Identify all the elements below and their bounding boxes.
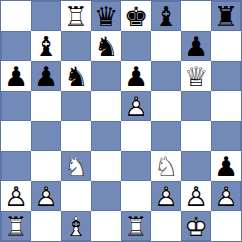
square-a2[interactable]: ♟♙: [1, 181, 31, 211]
square-e3[interactable]: [121, 151, 151, 181]
square-f2[interactable]: ♟♙: [151, 181, 181, 211]
square-h2[interactable]: ♟♙: [211, 181, 241, 211]
square-f1[interactable]: [151, 211, 181, 241]
white-queen-outline: ♕: [181, 61, 211, 91]
white-pawn-outline: ♙: [1, 181, 31, 211]
white-pawn-outline: ♙: [31, 181, 61, 211]
square-b6[interactable]: ♟: [31, 61, 61, 91]
black-knight[interactable]: ♞: [91, 31, 121, 61]
square-a6[interactable]: ♟: [1, 61, 31, 91]
black-pawn[interactable]: ♟: [121, 61, 151, 91]
white-bishop[interactable]: ♝♗: [61, 211, 91, 241]
white-rook-outline: ♖: [61, 1, 91, 31]
square-b5[interactable]: [31, 91, 61, 121]
square-c5[interactable]: [61, 91, 91, 121]
black-pawn-fill: ♟: [181, 31, 211, 61]
white-pawn-outline: ♙: [181, 181, 211, 211]
square-f4[interactable]: [151, 121, 181, 151]
square-a3[interactable]: [1, 151, 31, 181]
square-h8[interactable]: ♜: [211, 1, 241, 31]
white-rook[interactable]: ♜♖: [1, 211, 31, 241]
white-knight-outline: ♘: [61, 151, 91, 181]
black-pawn[interactable]: ♟: [31, 61, 61, 91]
square-d2[interactable]: [91, 181, 121, 211]
square-h4[interactable]: [211, 121, 241, 151]
black-pawn[interactable]: ♟: [1, 61, 31, 91]
square-h5[interactable]: [211, 91, 241, 121]
square-d3[interactable]: [91, 151, 121, 181]
square-e2[interactable]: [121, 181, 151, 211]
black-pawn[interactable]: ♟: [181, 31, 211, 61]
white-king[interactable]: ♚♔: [181, 211, 211, 241]
white-rook-outline: ♖: [1, 211, 31, 241]
white-knight[interactable]: ♞♘: [61, 151, 91, 181]
white-pawn[interactable]: ♟♙: [31, 181, 61, 211]
square-a7[interactable]: [1, 31, 31, 61]
square-f5[interactable]: [151, 91, 181, 121]
square-d7[interactable]: ♞: [91, 31, 121, 61]
square-d1[interactable]: [91, 211, 121, 241]
square-b2[interactable]: ♟♙: [31, 181, 61, 211]
white-pawn[interactable]: ♟♙: [211, 181, 241, 211]
white-knight[interactable]: ♞♘: [151, 151, 181, 181]
square-c7[interactable]: [61, 31, 91, 61]
square-h7[interactable]: [211, 31, 241, 61]
square-e6[interactable]: ♟: [121, 61, 151, 91]
black-knight[interactable]: ♞: [61, 61, 91, 91]
square-h3[interactable]: ♟: [211, 151, 241, 181]
square-g4[interactable]: [181, 121, 211, 151]
square-d8[interactable]: ♛: [91, 1, 121, 31]
square-a5[interactable]: [1, 91, 31, 121]
square-f3[interactable]: ♞♘: [151, 151, 181, 181]
square-b7[interactable]: ♝: [31, 31, 61, 61]
square-h1[interactable]: [211, 211, 241, 241]
black-pawn-fill: ♟: [1, 61, 31, 91]
white-pawn[interactable]: ♟♙: [151, 181, 181, 211]
square-f6[interactable]: [151, 61, 181, 91]
white-pawn[interactable]: ♟♙: [181, 181, 211, 211]
white-bishop-outline: ♗: [61, 211, 91, 241]
black-rook[interactable]: ♜: [211, 1, 241, 31]
white-pawn[interactable]: ♟♙: [121, 91, 151, 121]
square-g5[interactable]: [181, 91, 211, 121]
square-c8[interactable]: ♜♖: [61, 1, 91, 31]
square-g7[interactable]: ♟: [181, 31, 211, 61]
square-e7[interactable]: [121, 31, 151, 61]
black-pawn-fill: ♟: [31, 61, 61, 91]
square-g2[interactable]: ♟♙: [181, 181, 211, 211]
black-knight-fill: ♞: [91, 31, 121, 61]
black-pawn-fill: ♟: [121, 61, 151, 91]
square-f8[interactable]: ♝: [151, 1, 181, 31]
square-b3[interactable]: [31, 151, 61, 181]
square-d5[interactable]: [91, 91, 121, 121]
square-e5[interactable]: ♟♙: [121, 91, 151, 121]
square-d4[interactable]: [91, 121, 121, 151]
square-c2[interactable]: [61, 181, 91, 211]
white-rook-outline: ♖: [121, 211, 151, 241]
square-a1[interactable]: ♜♖: [1, 211, 31, 241]
square-f7[interactable]: [151, 31, 181, 61]
white-king-outline: ♔: [181, 211, 211, 241]
white-knight-outline: ♘: [151, 151, 181, 181]
black-bishop[interactable]: ♝: [151, 1, 181, 31]
square-c4[interactable]: [61, 121, 91, 151]
square-g1[interactable]: ♚♔: [181, 211, 211, 241]
square-e4[interactable]: [121, 121, 151, 151]
square-d6[interactable]: [91, 61, 121, 91]
square-a4[interactable]: [1, 121, 31, 151]
black-queen-fill: ♛: [91, 1, 121, 31]
chess-board: ♜♖♛♚♝♜♝♞♟♟♟♞♟♛♕♟♙♞♘♞♘♟♟♙♟♙♟♙♟♙♟♙♜♖♝♗♜♖♚♔: [0, 0, 242, 242]
black-knight-fill: ♞: [61, 61, 91, 91]
black-rook-fill: ♜: [211, 1, 241, 31]
square-g8[interactable]: [181, 1, 211, 31]
square-h6[interactable]: [211, 61, 241, 91]
white-rook[interactable]: ♜♖: [61, 1, 91, 31]
black-queen[interactable]: ♛: [91, 1, 121, 31]
square-b8[interactable]: [31, 1, 61, 31]
black-bishop-fill: ♝: [151, 1, 181, 31]
square-e8[interactable]: ♚: [121, 1, 151, 31]
square-c3[interactable]: ♞♘: [61, 151, 91, 181]
square-c1[interactable]: ♝♗: [61, 211, 91, 241]
square-g6[interactable]: ♛♕: [181, 61, 211, 91]
square-a8[interactable]: [1, 1, 31, 31]
square-g3[interactable]: [181, 151, 211, 181]
white-pawn-outline: ♙: [151, 181, 181, 211]
black-bishop-fill: ♝: [31, 31, 61, 61]
black-king-fill: ♚: [121, 1, 151, 31]
white-pawn-outline: ♙: [211, 181, 241, 211]
white-rook[interactable]: ♜♖: [121, 211, 151, 241]
black-pawn-fill: ♟: [211, 151, 241, 181]
black-king[interactable]: ♚: [121, 1, 151, 31]
white-pawn[interactable]: ♟♙: [1, 181, 31, 211]
black-pawn[interactable]: ♟: [211, 151, 241, 181]
white-pawn-outline: ♙: [121, 91, 151, 121]
square-b1[interactable]: [31, 211, 61, 241]
square-c6[interactable]: ♞: [61, 61, 91, 91]
square-b4[interactable]: [31, 121, 61, 151]
square-e1[interactable]: ♜♖: [121, 211, 151, 241]
white-queen[interactable]: ♛♕: [181, 61, 211, 91]
black-bishop[interactable]: ♝: [31, 31, 61, 61]
